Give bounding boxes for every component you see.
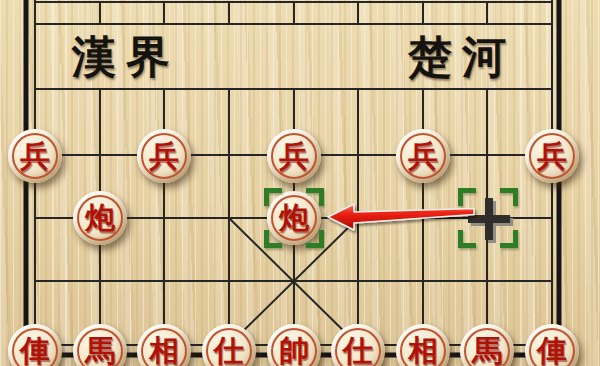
piece-red-elephant-c1[interactable]: 相 bbox=[137, 324, 191, 366]
river-label-chuhe: 楚河 bbox=[402, 34, 522, 82]
piece-glyph: 炮 bbox=[73, 191, 127, 245]
bracket-corner-icon bbox=[500, 230, 518, 248]
piece-red-horse-h1[interactable]: 馬 bbox=[460, 324, 514, 366]
piece-red-elephant-g1[interactable]: 相 bbox=[396, 324, 450, 366]
piece-red-cannon-b3[interactable]: 炮 bbox=[73, 191, 127, 245]
piece-red-soldier-a4[interactable]: 兵 bbox=[8, 129, 62, 183]
xiangqi-board: 漢界 楚河 俥馬相仕帥仕相馬俥炮炮兵兵兵兵兵 bbox=[0, 0, 600, 366]
piece-glyph: 相 bbox=[137, 324, 191, 366]
piece-glyph: 帥 bbox=[267, 324, 321, 366]
piece-glyph: 兵 bbox=[267, 129, 321, 183]
piece-red-soldier-g4[interactable]: 兵 bbox=[396, 129, 450, 183]
piece-glyph: 兵 bbox=[137, 129, 191, 183]
piece-glyph: 仕 bbox=[331, 324, 385, 366]
piece-red-horse-b1[interactable]: 馬 bbox=[73, 324, 127, 366]
bracket-corner-icon bbox=[500, 188, 518, 206]
piece-glyph: 相 bbox=[396, 324, 450, 366]
piece-red-general-e1[interactable]: 帥 bbox=[267, 324, 321, 366]
bracket-corner-icon bbox=[458, 230, 476, 248]
piece-glyph: 俥 bbox=[8, 324, 62, 366]
bracket-corner-icon bbox=[458, 188, 476, 206]
bracket-corner-icon bbox=[264, 188, 282, 206]
piece-glyph: 兵 bbox=[525, 129, 579, 183]
piece-red-soldier-e4[interactable]: 兵 bbox=[267, 129, 321, 183]
piece-red-advisor-f1[interactable]: 仕 bbox=[331, 324, 385, 366]
piece-red-soldier-c4[interactable]: 兵 bbox=[137, 129, 191, 183]
piece-glyph: 兵 bbox=[396, 129, 450, 183]
piece-glyph: 兵 bbox=[8, 129, 62, 183]
piece-red-advisor-d1[interactable]: 仕 bbox=[202, 324, 256, 366]
river-label-hanjie: 漢界 bbox=[66, 34, 186, 82]
bracket-corner-icon bbox=[306, 230, 324, 248]
piece-glyph: 仕 bbox=[202, 324, 256, 366]
piece-glyph: 俥 bbox=[525, 324, 579, 366]
piece-red-soldier-i4[interactable]: 兵 bbox=[525, 129, 579, 183]
bracket-corner-icon bbox=[264, 230, 282, 248]
piece-red-chariot-i1[interactable]: 俥 bbox=[525, 324, 579, 366]
selection-bracket-e3[interactable] bbox=[264, 188, 324, 248]
piece-red-chariot-a1[interactable]: 俥 bbox=[8, 324, 62, 366]
bracket-corner-icon bbox=[306, 188, 324, 206]
piece-glyph: 馬 bbox=[73, 324, 127, 366]
piece-glyph: 馬 bbox=[460, 324, 514, 366]
